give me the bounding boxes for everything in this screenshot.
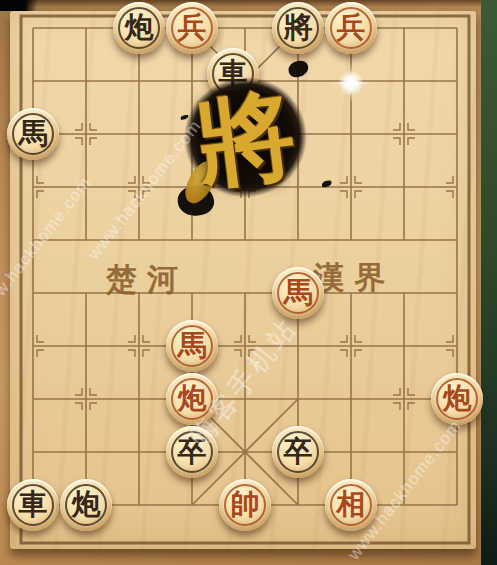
piece-glyph: 相 [337, 490, 366, 519]
piece-glyph: 車 [19, 490, 48, 519]
piece-glyph: 炮 [178, 384, 207, 413]
piece-glyph: 兵 [337, 13, 366, 42]
piece-glyph: 馬 [284, 278, 313, 307]
piece-red-horse[interactable]: 馬 [272, 267, 324, 319]
river-label-left: 楚河 [106, 259, 188, 301]
piece-black-soldier[interactable]: 卒 [272, 426, 324, 478]
piece-black-horse[interactable]: 馬 [7, 108, 59, 160]
piece-glyph: 馬 [178, 331, 207, 360]
piece-red-cannon[interactable]: 炮 [431, 373, 483, 425]
piece-red-elephant[interactable]: 相 [325, 479, 377, 531]
piece-glyph: 帥 [231, 490, 260, 519]
piece-black-cannon[interactable]: 炮 [60, 479, 112, 531]
piece-black-soldier[interactable]: 卒 [166, 426, 218, 478]
background-strip [481, 0, 497, 565]
piece-glyph: 馬 [19, 119, 48, 148]
piece-glyph: 兵 [178, 13, 207, 42]
river-label-right: 漢界 [313, 257, 395, 299]
piece-black-chariot[interactable]: 車 [207, 48, 259, 100]
piece-red-soldier[interactable]: 兵 [166, 2, 218, 54]
xiangqi-game-screen: 楚河 漢界 炮兵將兵車馬馬馬炮炮卒卒車炮帥相 將 www.hackhome.co… [0, 0, 497, 565]
screen-corner-shadow [0, 0, 46, 11]
piece-red-soldier[interactable]: 兵 [325, 2, 377, 54]
piece-glyph: 炮 [125, 13, 154, 42]
piece-black-general[interactable]: 將 [272, 2, 324, 54]
piece-glyph: 卒 [284, 437, 313, 466]
piece-red-horse[interactable]: 馬 [166, 320, 218, 372]
piece-glyph: 炮 [72, 490, 101, 519]
piece-black-cannon[interactable]: 炮 [113, 2, 165, 54]
piece-black-chariot[interactable]: 車 [7, 479, 59, 531]
piece-glyph: 車 [219, 59, 248, 88]
piece-glyph: 將 [284, 13, 313, 42]
piece-red-cannon[interactable]: 炮 [166, 373, 218, 425]
piece-glyph: 卒 [178, 437, 207, 466]
piece-glyph: 炮 [443, 384, 472, 413]
piece-red-general[interactable]: 帥 [219, 479, 271, 531]
